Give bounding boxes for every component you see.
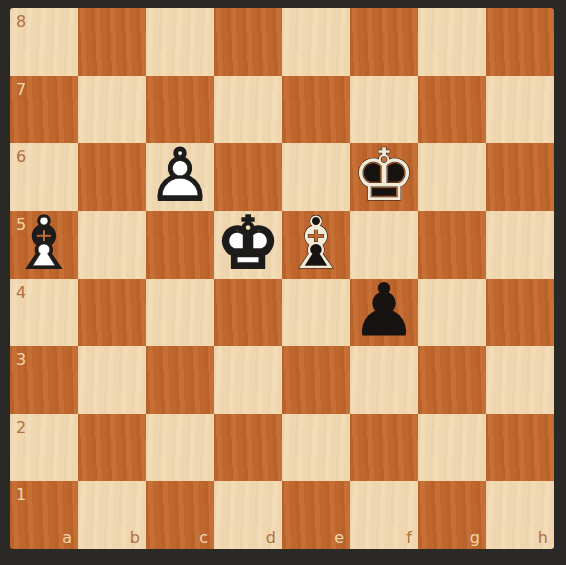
file-label-h: h bbox=[538, 530, 548, 546]
white-king-outline: ♔ bbox=[214, 209, 282, 277]
rank-label-7: 7 bbox=[16, 82, 26, 98]
square-c5[interactable] bbox=[146, 211, 214, 279]
black-bishop-outline: ♗ bbox=[282, 209, 350, 277]
square-a8[interactable]: 8 bbox=[10, 8, 78, 76]
square-a4[interactable]: 4 bbox=[10, 279, 78, 347]
square-d8[interactable] bbox=[214, 8, 282, 76]
square-g4[interactable] bbox=[418, 279, 486, 347]
square-f6[interactable]: ♚♔ bbox=[350, 143, 418, 211]
square-g5[interactable] bbox=[418, 211, 486, 279]
black-king-outline: ♔ bbox=[350, 141, 418, 209]
square-h3[interactable] bbox=[486, 346, 554, 414]
square-g3[interactable] bbox=[418, 346, 486, 414]
square-h5[interactable] bbox=[486, 211, 554, 279]
square-d2[interactable] bbox=[214, 414, 282, 482]
board-frame: 876♟♙♚♔5♝♗♚♔♝♗4♟321abcdefgh bbox=[0, 0, 566, 565]
square-e4[interactable] bbox=[282, 279, 350, 347]
square-f8[interactable] bbox=[350, 8, 418, 76]
square-e7[interactable] bbox=[282, 76, 350, 144]
white-pawn-c6[interactable]: ♟♙ bbox=[146, 143, 214, 211]
chess-board: 876♟♙♚♔5♝♗♚♔♝♗4♟321abcdefgh bbox=[10, 8, 554, 549]
black-king-f6[interactable]: ♚♔ bbox=[350, 143, 418, 211]
rank-label-1: 1 bbox=[16, 487, 26, 503]
file-label-a: a bbox=[62, 530, 72, 546]
square-f3[interactable] bbox=[350, 346, 418, 414]
square-d1[interactable]: d bbox=[214, 481, 282, 549]
square-h8[interactable] bbox=[486, 8, 554, 76]
rank-label-4: 4 bbox=[16, 285, 26, 301]
square-c1[interactable]: c bbox=[146, 481, 214, 549]
square-h7[interactable] bbox=[486, 76, 554, 144]
rank-label-6: 6 bbox=[16, 149, 26, 165]
square-b5[interactable] bbox=[78, 211, 146, 279]
rank-label-2: 2 bbox=[16, 420, 26, 436]
square-b3[interactable] bbox=[78, 346, 146, 414]
square-e2[interactable] bbox=[282, 414, 350, 482]
white-king-d5[interactable]: ♚♔ bbox=[214, 211, 282, 279]
square-b6[interactable] bbox=[78, 143, 146, 211]
square-g7[interactable] bbox=[418, 76, 486, 144]
square-a1[interactable]: 1a bbox=[10, 481, 78, 549]
square-a2[interactable]: 2 bbox=[10, 414, 78, 482]
square-h1[interactable]: h bbox=[486, 481, 554, 549]
square-d7[interactable] bbox=[214, 76, 282, 144]
white-bishop-a5[interactable]: ♝♗ bbox=[10, 211, 78, 279]
square-h2[interactable] bbox=[486, 414, 554, 482]
file-label-c: c bbox=[199, 530, 208, 546]
rank-label-8: 8 bbox=[16, 14, 26, 30]
square-e5[interactable]: ♝♗ bbox=[282, 211, 350, 279]
black-bishop-e5[interactable]: ♝♗ bbox=[282, 211, 350, 279]
rank-label-3: 3 bbox=[16, 352, 26, 368]
square-d3[interactable] bbox=[214, 346, 282, 414]
square-b7[interactable] bbox=[78, 76, 146, 144]
square-g6[interactable] bbox=[418, 143, 486, 211]
square-a7[interactable]: 7 bbox=[10, 76, 78, 144]
file-label-b: b bbox=[130, 530, 140, 546]
square-f1[interactable]: f bbox=[350, 481, 418, 549]
square-b8[interactable] bbox=[78, 8, 146, 76]
square-b2[interactable] bbox=[78, 414, 146, 482]
square-a3[interactable]: 3 bbox=[10, 346, 78, 414]
square-e3[interactable] bbox=[282, 346, 350, 414]
square-f4[interactable]: ♟ bbox=[350, 279, 418, 347]
black-pawn-glyph: ♟ bbox=[350, 277, 418, 345]
square-f2[interactable] bbox=[350, 414, 418, 482]
white-bishop-outline: ♗ bbox=[10, 209, 78, 277]
square-g1[interactable]: g bbox=[418, 481, 486, 549]
square-c3[interactable] bbox=[146, 346, 214, 414]
square-a5[interactable]: 5♝♗ bbox=[10, 211, 78, 279]
square-c8[interactable] bbox=[146, 8, 214, 76]
square-d5[interactable]: ♚♔ bbox=[214, 211, 282, 279]
file-label-e: e bbox=[334, 530, 344, 546]
file-label-f: f bbox=[406, 530, 412, 546]
file-label-g: g bbox=[470, 530, 480, 546]
square-d4[interactable] bbox=[214, 279, 282, 347]
square-g2[interactable] bbox=[418, 414, 486, 482]
square-e8[interactable] bbox=[282, 8, 350, 76]
square-h4[interactable] bbox=[486, 279, 554, 347]
file-label-d: d bbox=[266, 530, 276, 546]
square-b1[interactable]: b bbox=[78, 481, 146, 549]
square-h6[interactable] bbox=[486, 143, 554, 211]
square-g8[interactable] bbox=[418, 8, 486, 76]
square-c2[interactable] bbox=[146, 414, 214, 482]
square-e1[interactable]: e bbox=[282, 481, 350, 549]
white-pawn-outline: ♙ bbox=[146, 141, 214, 209]
square-c4[interactable] bbox=[146, 279, 214, 347]
square-c6[interactable]: ♟♙ bbox=[146, 143, 214, 211]
black-pawn-f4[interactable]: ♟ bbox=[350, 279, 418, 347]
square-b4[interactable] bbox=[78, 279, 146, 347]
